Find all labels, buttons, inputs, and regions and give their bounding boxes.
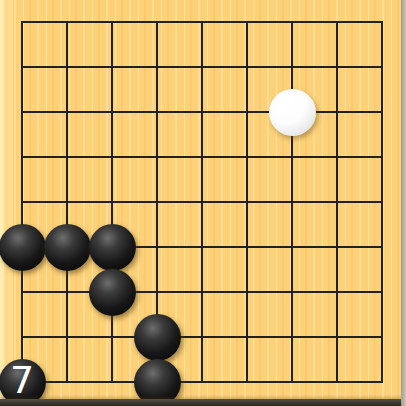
board-point[interactable]: [45, 270, 90, 315]
board-point[interactable]: [135, 315, 180, 360]
board-points-grid: 7: [0, 0, 405, 405]
black-stone: [89, 224, 136, 271]
board-point[interactable]: [225, 90, 270, 135]
board-point[interactable]: [270, 90, 315, 135]
board-point[interactable]: [0, 0, 45, 45]
board-point[interactable]: [45, 45, 90, 90]
board-point[interactable]: [315, 0, 360, 45]
board-point[interactable]: [225, 45, 270, 90]
board-point[interactable]: [315, 360, 360, 405]
board-point[interactable]: [225, 270, 270, 315]
board-point[interactable]: [90, 90, 135, 135]
board-point[interactable]: [180, 90, 225, 135]
move-number-label: 7: [10, 361, 34, 399]
board-point[interactable]: [90, 135, 135, 180]
board-point[interactable]: [0, 135, 45, 180]
board-point[interactable]: [360, 315, 405, 360]
board-point[interactable]: [135, 225, 180, 270]
board-point[interactable]: [0, 225, 45, 270]
board-point[interactable]: [225, 135, 270, 180]
board-point[interactable]: [225, 225, 270, 270]
board-point[interactable]: [360, 360, 405, 405]
board-point[interactable]: [45, 180, 90, 225]
board-point[interactable]: [360, 90, 405, 135]
board-point[interactable]: [315, 270, 360, 315]
board-point[interactable]: [0, 180, 45, 225]
board-point[interactable]: [225, 180, 270, 225]
board-point[interactable]: [45, 135, 90, 180]
board-point[interactable]: [180, 45, 225, 90]
board-point[interactable]: [270, 270, 315, 315]
board-point[interactable]: [225, 315, 270, 360]
board-point[interactable]: [90, 315, 135, 360]
board-point[interactable]: [315, 45, 360, 90]
board-point[interactable]: [45, 90, 90, 135]
go-board[interactable]: 7: [0, 0, 406, 406]
board-point[interactable]: [315, 135, 360, 180]
board-point[interactable]: [180, 0, 225, 45]
board-point[interactable]: [0, 45, 45, 90]
board-point[interactable]: [360, 225, 405, 270]
board-point[interactable]: [90, 0, 135, 45]
board-point[interactable]: [270, 135, 315, 180]
board-point[interactable]: [135, 90, 180, 135]
board-point[interactable]: [180, 270, 225, 315]
board-point[interactable]: [360, 180, 405, 225]
board-point[interactable]: [360, 270, 405, 315]
white-stone: [269, 89, 316, 136]
board-point[interactable]: [270, 45, 315, 90]
board-point[interactable]: [270, 225, 315, 270]
board-point[interactable]: [270, 360, 315, 405]
board-point[interactable]: [135, 270, 180, 315]
board-point[interactable]: [0, 90, 45, 135]
board-point[interactable]: [135, 0, 180, 45]
board-point[interactable]: [315, 315, 360, 360]
board-point[interactable]: [0, 315, 45, 360]
black-stone: [89, 269, 136, 316]
board-point[interactable]: [45, 315, 90, 360]
board-point[interactable]: [315, 90, 360, 135]
black-stone: [0, 224, 46, 271]
board-point[interactable]: [135, 45, 180, 90]
board-point[interactable]: [180, 135, 225, 180]
board-point[interactable]: [45, 360, 90, 405]
board-point[interactable]: [180, 180, 225, 225]
board-point[interactable]: [90, 360, 135, 405]
board-point[interactable]: [135, 135, 180, 180]
black-stone: [44, 224, 91, 271]
board-point[interactable]: [270, 0, 315, 45]
board-edge-bottom: [0, 399, 406, 406]
board-edge-right: [401, 0, 406, 406]
board-point[interactable]: [180, 225, 225, 270]
board-point[interactable]: 7: [0, 360, 45, 405]
board-point[interactable]: [135, 360, 180, 405]
board-point[interactable]: [225, 0, 270, 45]
board-point[interactable]: [135, 180, 180, 225]
board-point[interactable]: [90, 180, 135, 225]
board-point[interactable]: [360, 45, 405, 90]
board-point[interactable]: [90, 270, 135, 315]
board-point[interactable]: [45, 225, 90, 270]
board-point[interactable]: [360, 0, 405, 45]
board-point[interactable]: [360, 135, 405, 180]
board-point[interactable]: [45, 0, 90, 45]
board-point[interactable]: [90, 45, 135, 90]
board-point[interactable]: [270, 180, 315, 225]
board-point[interactable]: [90, 225, 135, 270]
board-point[interactable]: [180, 315, 225, 360]
board-point[interactable]: [225, 360, 270, 405]
board-point[interactable]: [270, 315, 315, 360]
board-point[interactable]: [315, 225, 360, 270]
board-point[interactable]: [0, 270, 45, 315]
black-stone: [134, 314, 181, 361]
board-point[interactable]: [315, 180, 360, 225]
board-point[interactable]: [180, 360, 225, 405]
